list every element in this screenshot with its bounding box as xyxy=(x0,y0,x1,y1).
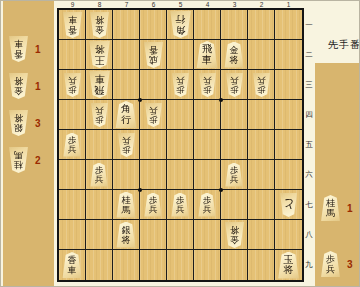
square-5h[interactable] xyxy=(167,220,194,250)
file-label-2: 2 xyxy=(248,1,275,8)
piece-kanji: 桂 xyxy=(14,160,23,170)
piece-sente-6g[interactable]: 歩兵 xyxy=(144,193,163,217)
piece-kanji: 行 xyxy=(175,14,185,25)
piece-kanji: 金 xyxy=(95,25,104,35)
piece-kanji: 将 xyxy=(94,44,104,55)
piece-kanji: 兵 xyxy=(326,264,335,274)
square-1c[interactable] xyxy=(275,70,302,100)
shogi-diagram: 香車1金将1銀将3桂馬2 987654321 香車金将角行王将成香飛車金将歩兵飛… xyxy=(0,0,360,287)
sente-hand-count: 3 xyxy=(347,259,353,270)
square-7g[interactable]: 桂馬 xyxy=(113,190,140,220)
piece-gote-2c[interactable]: 歩兵 xyxy=(252,73,271,97)
square-3e[interactable] xyxy=(221,130,248,160)
square-9c[interactable]: 歩兵 xyxy=(59,70,86,100)
piece-sente-4b[interactable]: 飛車 xyxy=(196,41,219,68)
piece-kanji: 兵 xyxy=(257,76,266,85)
piece-kanji: 飛 xyxy=(202,44,212,55)
piece-kanji: 飛 xyxy=(94,85,104,96)
piece-gote-5c[interactable]: 歩兵 xyxy=(171,73,190,97)
square-9b[interactable] xyxy=(59,40,86,70)
piece-gote-8c[interactable]: 飛車 xyxy=(88,71,111,98)
square-5g[interactable]: 歩兵 xyxy=(167,190,194,220)
piece-sente-1i[interactable]: 玉将 xyxy=(277,252,300,279)
file-label-7: 7 xyxy=(113,1,140,8)
gote-hand-slot: 香車1 xyxy=(8,36,41,62)
square-1d[interactable] xyxy=(275,100,302,130)
piece-kanji: 兵 xyxy=(122,136,131,145)
sente-hand-count: 1 xyxy=(347,203,353,214)
square-3d[interactable] xyxy=(221,100,248,130)
piece-gote-5a[interactable]: 角行 xyxy=(169,11,192,38)
square-3b[interactable]: 金将 xyxy=(221,40,248,70)
piece-kanji: 兵 xyxy=(149,106,158,115)
piece-kanji: 兵 xyxy=(95,106,104,115)
square-1g[interactable]: と xyxy=(275,190,302,220)
piece-sente-3f[interactable]: 歩兵 xyxy=(225,163,244,187)
square-9a[interactable]: 香車 xyxy=(59,10,86,40)
piece-kanji: 銀 xyxy=(122,225,131,235)
piece-gote-3c[interactable]: 歩兵 xyxy=(225,73,244,97)
gote-hand-count: 2 xyxy=(35,155,41,166)
sente-hand-歩兵[interactable]: 歩兵 xyxy=(320,251,341,277)
square-9e[interactable]: 歩兵 xyxy=(59,130,86,160)
turn-indicator: 先手番 xyxy=(328,38,360,52)
square-8h[interactable] xyxy=(86,220,113,250)
square-8d[interactable]: 歩兵 xyxy=(86,100,113,130)
sente-captured-tray: 桂馬1歩兵3 xyxy=(315,63,359,286)
piece-kanji: 兵 xyxy=(68,76,77,85)
piece-kanji: 銀 xyxy=(14,123,23,133)
square-5e[interactable] xyxy=(167,130,194,160)
piece-gote-9a[interactable]: 香車 xyxy=(62,12,83,38)
piece-kanji: 将 xyxy=(95,15,104,25)
piece-kanji: 行 xyxy=(121,115,131,126)
piece-gote-7e[interactable]: 歩兵 xyxy=(117,133,136,157)
square-2f[interactable] xyxy=(248,160,275,190)
piece-kanji: 馬 xyxy=(122,205,131,215)
square-4b[interactable]: 飛車 xyxy=(194,40,221,70)
square-8i[interactable] xyxy=(86,250,113,280)
piece-kanji: 金 xyxy=(230,45,239,55)
square-6b[interactable]: 成香 xyxy=(140,40,167,70)
square-9h[interactable] xyxy=(59,220,86,250)
square-5d[interactable] xyxy=(167,100,194,130)
piece-kanji: 歩 xyxy=(326,254,335,264)
square-2d[interactable] xyxy=(248,100,275,130)
square-3i[interactable] xyxy=(221,250,248,280)
square-1f[interactable] xyxy=(275,160,302,190)
square-1a[interactable] xyxy=(275,10,302,40)
piece-kanji: 兵 xyxy=(203,76,212,85)
square-4h[interactable] xyxy=(194,220,221,250)
square-7e[interactable]: 歩兵 xyxy=(113,130,140,160)
piece-kanji: 兵 xyxy=(230,76,239,85)
square-6h[interactable] xyxy=(140,220,167,250)
square-8b[interactable]: 王将 xyxy=(86,40,113,70)
square-1b[interactable] xyxy=(275,40,302,70)
gote-hand-桂馬[interactable]: 桂馬 xyxy=(8,147,29,173)
piece-kanji: 兵 xyxy=(230,175,239,184)
square-5f[interactable] xyxy=(167,160,194,190)
piece-kanji: 桂 xyxy=(122,195,131,205)
square-8a[interactable]: 金将 xyxy=(86,10,113,40)
piece-kanji: 車 xyxy=(94,74,104,85)
piece-kanji: 金 xyxy=(14,86,23,96)
piece-kanji: 将 xyxy=(14,76,23,86)
square-4f[interactable] xyxy=(194,160,221,190)
gote-hand-slot: 金将1 xyxy=(8,73,41,99)
file-label-6: 6 xyxy=(140,1,167,8)
file-label-8: 8 xyxy=(86,1,113,8)
square-5c[interactable]: 歩兵 xyxy=(167,70,194,100)
piece-gote-1g[interactable]: と xyxy=(279,193,298,217)
gote-captured-tray: 香車1金将1銀将3桂馬2 xyxy=(3,1,54,286)
square-9i[interactable]: 香車 xyxy=(59,250,86,280)
square-4a[interactable] xyxy=(194,10,221,40)
hoshi-dot xyxy=(219,98,223,102)
rank-label-3: 三 xyxy=(304,70,314,100)
piece-sente-5g[interactable]: 歩兵 xyxy=(171,193,190,217)
piece-kanji: 車 xyxy=(68,15,77,25)
square-2g[interactable] xyxy=(248,190,275,220)
piece-gote-6d[interactable]: 歩兵 xyxy=(144,103,163,127)
gote-hand-count: 3 xyxy=(35,118,41,129)
piece-kanji: 将 xyxy=(284,265,294,276)
square-2b[interactable] xyxy=(248,40,275,70)
gote-hand-金将[interactable]: 金将 xyxy=(8,73,29,99)
file-label-9: 9 xyxy=(59,1,86,8)
square-5b[interactable] xyxy=(167,40,194,70)
piece-gote-8b[interactable]: 王将 xyxy=(88,41,111,68)
rank-label-2: 二 xyxy=(304,40,314,70)
square-7c[interactable] xyxy=(113,70,140,100)
square-6a[interactable] xyxy=(140,10,167,40)
piece-gote-8a[interactable]: 金将 xyxy=(89,12,110,38)
piece-kanji: 将 xyxy=(122,235,131,245)
square-3c[interactable]: 歩兵 xyxy=(221,70,248,100)
square-3h[interactable]: 金将 xyxy=(221,220,248,250)
piece-kanji: 香 xyxy=(68,25,77,35)
square-3f[interactable]: 歩兵 xyxy=(221,160,248,190)
gote-hand-香車[interactable]: 香車 xyxy=(8,36,29,62)
piece-kanji: 兵 xyxy=(149,205,158,214)
square-6d[interactable]: 歩兵 xyxy=(140,100,167,130)
file-label-5: 5 xyxy=(167,1,194,8)
square-6c[interactable] xyxy=(140,70,167,100)
piece-kanji: と xyxy=(282,198,294,211)
piece-sente-7g[interactable]: 桂馬 xyxy=(116,192,137,218)
rank-label-1: 一 xyxy=(304,10,314,40)
square-8g[interactable] xyxy=(86,190,113,220)
piece-kanji: 成 xyxy=(149,55,158,65)
hoshi-dot xyxy=(138,98,142,102)
piece-kanji: 馬 xyxy=(326,208,335,218)
sente-hand-桂馬[interactable]: 桂馬 xyxy=(320,195,341,221)
square-4e[interactable] xyxy=(194,130,221,160)
square-5a[interactable]: 角行 xyxy=(167,10,194,40)
piece-sente-9e[interactable]: 歩兵 xyxy=(63,133,82,157)
piece-kanji: 車 xyxy=(202,55,212,66)
square-8e[interactable] xyxy=(86,130,113,160)
square-7h[interactable]: 銀将 xyxy=(113,220,140,250)
square-7a[interactable] xyxy=(113,10,140,40)
piece-kanji: 将 xyxy=(230,55,239,65)
piece-kanji: 香 xyxy=(149,45,158,55)
shogi-board: 香車金将角行王将成香飛車金将歩兵飛車歩兵歩兵歩兵歩兵歩兵角行歩兵歩兵歩兵歩兵歩兵… xyxy=(57,8,304,282)
square-3g[interactable] xyxy=(221,190,248,220)
square-4c[interactable]: 歩兵 xyxy=(194,70,221,100)
piece-kanji: 車 xyxy=(14,39,23,49)
piece-gote-3h[interactable]: 金将 xyxy=(224,222,245,248)
file-label-1: 1 xyxy=(275,1,302,8)
square-9f[interactable] xyxy=(59,160,86,190)
piece-sente-7d[interactable]: 角行 xyxy=(115,101,138,128)
piece-kanji: 兵 xyxy=(95,175,104,184)
square-2h[interactable] xyxy=(248,220,275,250)
rank-label-9: 九 xyxy=(304,250,314,280)
file-label-4: 4 xyxy=(194,1,221,8)
square-9d[interactable] xyxy=(59,100,86,130)
square-7d[interactable]: 角行 xyxy=(113,100,140,130)
piece-kanji: 兵 xyxy=(203,205,212,214)
square-1h[interactable] xyxy=(275,220,302,250)
rank-label-8: 八 xyxy=(304,220,314,250)
piece-sente-9i[interactable]: 香車 xyxy=(62,252,83,278)
square-3a[interactable] xyxy=(221,10,248,40)
piece-kanji: 馬 xyxy=(14,150,23,160)
gote-hand-count: 1 xyxy=(35,44,41,55)
piece-kanji: 兵 xyxy=(176,76,185,85)
hoshi-dot xyxy=(219,188,223,192)
piece-kanji: 将 xyxy=(230,225,239,235)
piece-kanji: 金 xyxy=(230,235,239,245)
square-5i[interactable] xyxy=(167,250,194,280)
square-8f[interactable]: 歩兵 xyxy=(86,160,113,190)
square-4i[interactable] xyxy=(194,250,221,280)
piece-sente-4g[interactable]: 歩兵 xyxy=(198,193,217,217)
piece-gote-6b[interactable]: 成香 xyxy=(143,42,164,68)
gote-hand-slot: 桂馬2 xyxy=(8,147,41,173)
file-label-3: 3 xyxy=(221,1,248,8)
square-2e[interactable] xyxy=(248,130,275,160)
square-6i[interactable] xyxy=(140,250,167,280)
piece-sente-3b[interactable]: 金将 xyxy=(224,42,245,68)
piece-sente-7h[interactable]: 銀将 xyxy=(116,222,137,248)
piece-kanji: 兵 xyxy=(176,205,185,214)
rank-labels: 一二三四五六七八九 xyxy=(304,10,314,280)
square-2a[interactable] xyxy=(248,10,275,40)
square-8c[interactable]: 飛車 xyxy=(86,70,113,100)
piece-sente-8f[interactable]: 歩兵 xyxy=(90,163,109,187)
piece-kanji: 角 xyxy=(175,25,185,36)
sente-hand-slot: 桂馬1 xyxy=(320,195,353,221)
piece-kanji: 香 xyxy=(68,255,77,265)
square-1i[interactable]: 玉将 xyxy=(275,250,302,280)
piece-kanji: 角 xyxy=(121,104,131,115)
piece-gote-4c[interactable]: 歩兵 xyxy=(198,73,217,97)
rank-label-5: 五 xyxy=(304,130,314,160)
file-labels: 987654321 xyxy=(59,1,302,8)
square-7f[interactable] xyxy=(113,160,140,190)
square-2c[interactable]: 歩兵 xyxy=(248,70,275,100)
square-7b[interactable] xyxy=(113,40,140,70)
square-2i[interactable] xyxy=(248,250,275,280)
piece-gote-8d[interactable]: 歩兵 xyxy=(90,103,109,127)
piece-kanji: 香 xyxy=(14,49,23,59)
square-6e[interactable] xyxy=(140,130,167,160)
piece-kanji: 王 xyxy=(94,55,104,66)
board-grid: 香車金将角行王将成香飛車金将歩兵飛車歩兵歩兵歩兵歩兵歩兵角行歩兵歩兵歩兵歩兵歩兵… xyxy=(59,10,302,280)
square-9g[interactable] xyxy=(59,190,86,220)
square-6g[interactable]: 歩兵 xyxy=(140,190,167,220)
rank-label-4: 四 xyxy=(304,100,314,130)
rank-label-6: 六 xyxy=(304,160,314,190)
piece-kanji: 将 xyxy=(14,113,23,123)
sente-hand-slot: 歩兵3 xyxy=(320,251,353,277)
rank-label-7: 七 xyxy=(304,190,314,220)
square-6f[interactable] xyxy=(140,160,167,190)
gote-hand-count: 1 xyxy=(35,81,41,92)
square-1e[interactable] xyxy=(275,130,302,160)
square-7i[interactable] xyxy=(113,250,140,280)
piece-kanji: 車 xyxy=(68,265,77,275)
square-4d[interactable] xyxy=(194,100,221,130)
hoshi-dot xyxy=(138,188,142,192)
gote-hand-銀将[interactable]: 銀将 xyxy=(8,110,29,136)
piece-kanji: 兵 xyxy=(68,145,77,154)
gote-hand-slot: 銀将3 xyxy=(8,110,41,136)
piece-kanji: 桂 xyxy=(326,198,335,208)
square-4g[interactable]: 歩兵 xyxy=(194,190,221,220)
piece-gote-9c[interactable]: 歩兵 xyxy=(63,73,82,97)
